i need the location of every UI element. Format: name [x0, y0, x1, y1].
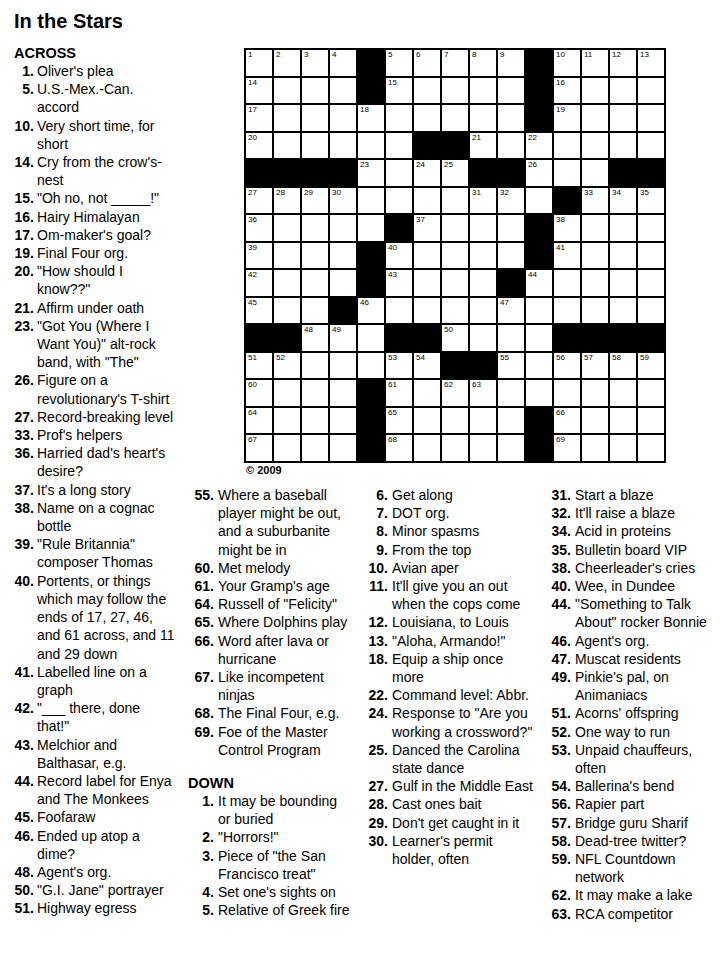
grid-cell-r13c14[interactable]	[609, 379, 637, 407]
grid-cell-r3c7[interactable]	[413, 104, 441, 132]
black-cell-r15c5	[357, 434, 385, 462]
clue-number: 62.	[545, 886, 571, 904]
across-clue-55: 55.Where a baseball player might be out,…	[188, 486, 350, 559]
grid-cell-r1c7[interactable]: 6	[413, 49, 441, 77]
grid-cell-r10c8[interactable]	[441, 297, 469, 325]
grid-cell-r5c5[interactable]: 23	[357, 159, 385, 187]
grid-cell-r14c7[interactable]	[413, 407, 441, 435]
black-cell-r5c2	[273, 159, 301, 187]
grid-cell-r5c7[interactable]: 24	[413, 159, 441, 187]
grid-cell-r8c4[interactable]	[329, 242, 357, 270]
grid-cell-r3c1[interactable]: 17	[245, 104, 273, 132]
grid-cell-r4c14[interactable]	[609, 132, 637, 160]
grid-cell-r2c1[interactable]: 14	[245, 77, 273, 105]
grid-cell-r8c6[interactable]: 40	[385, 242, 413, 270]
cell-number: 63	[472, 381, 481, 389]
down-clue-44: 44."Something to Talk About" rocker Bonn…	[545, 595, 726, 631]
grid-cell-r8c9[interactable]	[469, 242, 497, 270]
grid-cell-r9c3[interactable]	[301, 269, 329, 297]
grid-cell-r6c3[interactable]: 29	[301, 187, 329, 215]
grid-cell-r6c11[interactable]	[525, 187, 553, 215]
grid-cell-r9c9[interactable]	[469, 269, 497, 297]
cell-number: 48	[304, 326, 313, 334]
across-clue-33: 33.Prof's helpers	[14, 426, 175, 444]
grid-cell-r14c3[interactable]	[301, 407, 329, 435]
across-clues-column: ACROSS 1.Oliver's plea5.U.S.-Mex.-Can. a…	[14, 45, 175, 918]
cell-number: 52	[276, 354, 285, 362]
clue-text: It'll give you an out when the cops come	[392, 578, 520, 612]
down-clue-52: 52.One way to run	[545, 723, 726, 741]
grid-cell-r10c3[interactable]	[301, 297, 329, 325]
clue-text: Name on a cognac bottle	[37, 500, 155, 534]
grid-cell-r9c14[interactable]	[609, 269, 637, 297]
grid-cell-r14c1[interactable]: 64	[245, 407, 273, 435]
black-cell-r12c9	[469, 352, 497, 380]
cell-number: 69	[556, 436, 565, 444]
grid-cell-r1c4[interactable]: 4	[329, 49, 357, 77]
grid-cell-r8c15[interactable]	[637, 242, 665, 270]
grid-cell-r5c12[interactable]	[553, 159, 581, 187]
across-clue-66: 66.Word after lava or hurricane	[188, 632, 350, 668]
clue-number: 48.	[14, 863, 34, 881]
grid-cell-r2c7[interactable]	[413, 77, 441, 105]
grid-cell-r1c6[interactable]: 5	[385, 49, 413, 77]
grid-cell-r4c12[interactable]	[553, 132, 581, 160]
grid-cell-r13c3[interactable]	[301, 379, 329, 407]
grid-cell-r11c11[interactable]	[525, 324, 553, 352]
clue-number: 12.	[362, 613, 388, 631]
grid-cell-r14c9[interactable]	[469, 407, 497, 435]
grid-cell-r15c7[interactable]	[413, 434, 441, 462]
clue-number: 55.	[188, 486, 214, 504]
grid-cell-r4c1[interactable]: 20	[245, 132, 273, 160]
down-clue-list-continued: 6.Get along7.DOT org.8.Minor spasms9.Fro…	[362, 486, 534, 868]
grid-cell-r2c14[interactable]	[609, 77, 637, 105]
cell-number: 62	[444, 381, 453, 389]
down-clue-30: 30.Learner's permit holder, often	[362, 832, 534, 868]
grid-cell-r7c10[interactable]	[497, 214, 525, 242]
grid-cell-r8c12[interactable]: 41	[553, 242, 581, 270]
grid-cell-r10c10[interactable]: 47	[497, 297, 525, 325]
grid-cell-r10c9[interactable]	[469, 297, 497, 325]
grid-cell-r3c12[interactable]: 19	[553, 104, 581, 132]
black-cell-r15c11	[525, 434, 553, 462]
clue-text: Harried dad's heart's desire?	[37, 445, 165, 479]
cell-number: 44	[528, 271, 537, 279]
clue-number: 11.	[362, 577, 388, 595]
down-clues-column-3: 31.Start a blaze32.It'll raise a blaze34…	[545, 486, 726, 923]
grid-cell-r11c10[interactable]	[497, 324, 525, 352]
grid-cell-r3c5[interactable]: 18	[357, 104, 385, 132]
down-clue-4: 4.Set one's sights on	[188, 883, 350, 901]
grid-cell-r8c10[interactable]	[497, 242, 525, 270]
grid-cell-r1c15[interactable]: 13	[637, 49, 665, 77]
black-cell-r11c12	[553, 324, 581, 352]
grid-cell-r13c10[interactable]	[497, 379, 525, 407]
clue-number: 21.	[14, 299, 34, 317]
grid-cell-r5c8[interactable]: 25	[441, 159, 469, 187]
grid-cell-r2c10[interactable]	[497, 77, 525, 105]
grid-cell-r2c3[interactable]	[301, 77, 329, 105]
grid-cell-r13c7[interactable]	[413, 379, 441, 407]
clue-text: Equip a ship once more	[392, 651, 503, 685]
black-cell-r10c4	[329, 297, 357, 325]
grid-cell-r8c1[interactable]: 39	[245, 242, 273, 270]
clue-text: Pinkie's pal, on Animaniacs	[575, 669, 669, 703]
grid-cell-r15c9[interactable]	[469, 434, 497, 462]
grid-cell-r3c14[interactable]	[609, 104, 637, 132]
grid-cell-r11c3[interactable]: 48	[301, 324, 329, 352]
grid-cell-r7c5[interactable]	[357, 214, 385, 242]
grid-cell-r13c4[interactable]	[329, 379, 357, 407]
clue-text: "Aloha, Armando!"	[392, 633, 505, 649]
grid-cell-r6c7[interactable]	[413, 187, 441, 215]
clue-number: 54.	[545, 777, 571, 795]
cell-number: 60	[248, 381, 257, 389]
cell-number: 66	[556, 409, 565, 417]
grid-cell-r13c11[interactable]	[525, 379, 553, 407]
clue-text: Minor spasms	[392, 523, 479, 539]
grid-cell-r13c13[interactable]	[581, 379, 609, 407]
clue-text: "How should I know??"	[37, 263, 123, 297]
grid-cell-r2c2[interactable]	[273, 77, 301, 105]
clue-text: Bulletin board VIP	[575, 542, 687, 558]
black-cell-r11c13	[581, 324, 609, 352]
cell-number: 23	[360, 161, 369, 169]
grid-cell-r7c12[interactable]: 38	[553, 214, 581, 242]
clue-text: Very short time, for short	[37, 118, 154, 152]
grid-cell-r12c11[interactable]	[525, 352, 553, 380]
grid-cell-r13c1[interactable]: 60	[245, 379, 273, 407]
cell-number: 19	[556, 106, 565, 114]
grid-cell-r10c2[interactable]	[273, 297, 301, 325]
clue-number: 51.	[14, 899, 34, 917]
grid-cell-r14c4[interactable]	[329, 407, 357, 435]
clue-number: 5.	[188, 901, 214, 919]
cell-number: 26	[528, 161, 537, 169]
grid-cell-r12c5[interactable]	[357, 352, 385, 380]
across-clue-44: 44.Record label for Enya and The Monkees	[14, 772, 175, 808]
grid-cell-r14c13[interactable]	[581, 407, 609, 435]
clue-number: 7.	[362, 504, 388, 522]
cell-number: 36	[248, 216, 257, 224]
grid-cell-r10c5[interactable]: 46	[357, 297, 385, 325]
clue-number: 2.	[188, 828, 214, 846]
grid-cell-r8c2[interactable]	[273, 242, 301, 270]
grid-cell-r3c3[interactable]	[301, 104, 329, 132]
grid-cell-r3c15[interactable]	[637, 104, 665, 132]
grid-cell-r5c11[interactable]: 26	[525, 159, 553, 187]
grid-cell-r6c14[interactable]: 34	[609, 187, 637, 215]
clue-text: Like incompetent ninjas	[218, 669, 324, 703]
clue-text: It'll raise a blaze	[575, 505, 675, 521]
down-clue-47: 47.Muscat residents	[545, 650, 726, 668]
down-clue-28: 28.Cast ones bait	[362, 795, 534, 813]
black-cell-r9c5	[357, 269, 385, 297]
grid-cell-r10c15[interactable]	[637, 297, 665, 325]
grid-cell-r7c8[interactable]	[441, 214, 469, 242]
grid-cell-r10c11[interactable]	[525, 297, 553, 325]
grid-cell-r8c3[interactable]	[301, 242, 329, 270]
clue-text: Where Dolphins play	[218, 614, 347, 630]
clue-text: Om-maker's goal?	[37, 227, 151, 243]
across-clue-67: 67.Like incompetent ninjas	[188, 668, 350, 704]
grid-cell-r2c6[interactable]: 15	[385, 77, 413, 105]
grid-cell-r10c14[interactable]	[609, 297, 637, 325]
grid-cell-r7c7[interactable]: 37	[413, 214, 441, 242]
grid-cell-r15c8[interactable]	[441, 434, 469, 462]
down-clue-list: 1.It may be bounding or buried2."Horrors…	[188, 792, 350, 919]
cell-number: 8	[472, 51, 476, 59]
grid-cell-r6c2[interactable]: 28	[273, 187, 301, 215]
grid-cell-r10c1[interactable]: 45	[245, 297, 273, 325]
clue-text: Piece of "the San Francisco treat"	[218, 848, 326, 882]
clue-number: 42.	[14, 699, 34, 717]
grid-cell-r2c12[interactable]: 16	[553, 77, 581, 105]
clue-number: 31.	[545, 486, 571, 504]
grid-cell-r7c3[interactable]	[301, 214, 329, 242]
clue-number: 24.	[362, 704, 388, 722]
grid-cell-r6c13[interactable]: 33	[581, 187, 609, 215]
black-cell-r11c2	[273, 324, 301, 352]
cell-number: 25	[444, 161, 453, 169]
grid-cell-r1c14[interactable]: 12	[609, 49, 637, 77]
grid-cell-r6c8[interactable]	[441, 187, 469, 215]
grid-cell-r5c13[interactable]	[581, 159, 609, 187]
grid-cell-r4c15[interactable]	[637, 132, 665, 160]
down-clue-5: 5.Relative of Greek fire	[188, 901, 350, 919]
grid-cell-r7c9[interactable]	[469, 214, 497, 242]
grid-cell-r13c12[interactable]	[553, 379, 581, 407]
black-cell-r7c6	[385, 214, 413, 242]
grid-cell-r3c13[interactable]	[581, 104, 609, 132]
grid-cell-r4c3[interactable]	[301, 132, 329, 160]
grid-cell-r8c14[interactable]	[609, 242, 637, 270]
grid-cell-r6c1[interactable]: 27	[245, 187, 273, 215]
cell-number: 46	[360, 299, 369, 307]
clue-text: DOT org.	[392, 505, 449, 521]
clue-text: "G.I. Jane" portrayer	[37, 882, 164, 898]
middle-clues-column: 55.Where a baseball player might be out,…	[188, 486, 350, 919]
down-clue-11: 11.It'll give you an out when the cops c…	[362, 577, 534, 613]
grid-cell-r6c5[interactable]	[357, 187, 385, 215]
grid-cell-r11c5[interactable]	[357, 324, 385, 352]
grid-cell-r10c6[interactable]	[385, 297, 413, 325]
across-clue-19: 19.Final Four org.	[14, 244, 175, 262]
grid-cell-r3c8[interactable]	[441, 104, 469, 132]
cell-number: 59	[640, 354, 649, 362]
grid-cell-r6c9[interactable]: 31	[469, 187, 497, 215]
grid-cell-r1c12[interactable]: 10	[553, 49, 581, 77]
grid-cell-r1c1[interactable]: 1	[245, 49, 273, 77]
grid-cell-r9c4[interactable]	[329, 269, 357, 297]
grid-cell-r6c6[interactable]	[385, 187, 413, 215]
clue-text: From the top	[392, 542, 471, 558]
grid-cell-r2c4[interactable]	[329, 77, 357, 105]
grid-cell-r7c4[interactable]	[329, 214, 357, 242]
clue-text: Final Four org.	[37, 245, 128, 261]
clue-number: 22.	[362, 686, 388, 704]
grid-cell-r3c6[interactable]	[385, 104, 413, 132]
grid-cell-r7c1[interactable]: 36	[245, 214, 273, 242]
grid-cell-r7c13[interactable]	[581, 214, 609, 242]
grid-cell-r9c13[interactable]	[581, 269, 609, 297]
clue-number: 38.	[545, 559, 571, 577]
grid-cell-r8c13[interactable]	[581, 242, 609, 270]
across-clue-15: 15."Oh no, not _____!"	[14, 189, 175, 207]
grid-cell-r10c13[interactable]	[581, 297, 609, 325]
clue-number: 38.	[14, 499, 34, 517]
grid-cell-r15c13[interactable]	[581, 434, 609, 462]
across-clue-37: 37.It's a long story	[14, 481, 175, 499]
grid-cell-r10c7[interactable]	[413, 297, 441, 325]
grid-cell-r15c6[interactable]: 68	[385, 434, 413, 462]
grid-cell-r2c13[interactable]	[581, 77, 609, 105]
grid-cell-r3c9[interactable]	[469, 104, 497, 132]
grid-cell-r14c15[interactable]	[637, 407, 665, 435]
grid-cell-r15c2[interactable]	[273, 434, 301, 462]
grid-cell-r14c2[interactable]	[273, 407, 301, 435]
grid-cell-r7c2[interactable]	[273, 214, 301, 242]
grid-cell-r12c15[interactable]: 59	[637, 352, 665, 380]
cell-number: 53	[388, 354, 397, 362]
down-clue-22: 22.Command level: Abbr.	[362, 686, 534, 704]
cell-number: 49	[332, 326, 341, 334]
grid-cell-r4c2[interactable]	[273, 132, 301, 160]
grid-cell-r1c9[interactable]: 8	[469, 49, 497, 77]
clue-text: Word after lava or hurricane	[218, 633, 329, 667]
grid-cell-r4c9[interactable]: 21	[469, 132, 497, 160]
grid-cell-r1c2[interactable]: 2	[273, 49, 301, 77]
grid-cell-r1c3[interactable]: 3	[301, 49, 329, 77]
crossword-grid: 1234567891011121314151617181920212223242…	[244, 48, 666, 463]
grid-cell-r7c15[interactable]	[637, 214, 665, 242]
clue-number: 66.	[188, 632, 214, 650]
down-clue-7: 7.DOT org.	[362, 504, 534, 522]
cell-number: 11	[584, 51, 592, 59]
grid-cell-r8c7[interactable]	[413, 242, 441, 270]
grid-cell-r4c5[interactable]	[357, 132, 385, 160]
grid-cell-r6c4[interactable]: 30	[329, 187, 357, 215]
grid-cell-r9c2[interactable]	[273, 269, 301, 297]
grid-cell-r15c4[interactable]	[329, 434, 357, 462]
grid-cell-r12c7[interactable]: 54	[413, 352, 441, 380]
cell-number: 28	[276, 189, 285, 197]
grid-cell-r5c6[interactable]	[385, 159, 413, 187]
cell-number: 57	[584, 354, 593, 362]
black-cell-r8c5	[357, 242, 385, 270]
grid-cell-r13c9[interactable]: 63	[469, 379, 497, 407]
grid-cell-r3c2[interactable]	[273, 104, 301, 132]
grid-cell-r11c9[interactable]	[469, 324, 497, 352]
grid-cell-r1c10[interactable]: 9	[497, 49, 525, 77]
grid-cell-r14c14[interactable]	[609, 407, 637, 435]
grid-cell-r12c6[interactable]: 53	[385, 352, 413, 380]
grid-cell-r4c11[interactable]: 22	[525, 132, 553, 160]
grid-cell-r11c8[interactable]: 50	[441, 324, 469, 352]
grid-cell-r4c13[interactable]	[581, 132, 609, 160]
grid-cell-r3c4[interactable]	[329, 104, 357, 132]
grid-cell-r1c13[interactable]: 11	[581, 49, 609, 77]
clue-text: Start a blaze	[575, 487, 654, 503]
grid-cell-r2c8[interactable]	[441, 77, 469, 105]
grid-cell-r1c8[interactable]: 7	[441, 49, 469, 77]
grid-cell-r12c3[interactable]	[301, 352, 329, 380]
grid-cell-r15c3[interactable]	[301, 434, 329, 462]
grid-cell-r8c8[interactable]	[441, 242, 469, 270]
grid-cell-r12c14[interactable]: 58	[609, 352, 637, 380]
grid-cell-r9c6[interactable]: 43	[385, 269, 413, 297]
grid-cell-r14c6[interactable]: 65	[385, 407, 413, 435]
clue-text: Where a baseball player might be out, an…	[218, 487, 341, 558]
grid-cell-r4c6[interactable]	[385, 132, 413, 160]
clue-number: 69.	[188, 723, 214, 741]
grid-cell-r13c6[interactable]: 61	[385, 379, 413, 407]
grid-cell-r13c2[interactable]	[273, 379, 301, 407]
grid-cell-r9c8[interactable]	[441, 269, 469, 297]
grid-cell-r4c10[interactable]	[497, 132, 525, 160]
clue-text: "Got You (Where I Want You)" alt-rock ba…	[37, 318, 156, 370]
grid-cell-r15c15[interactable]	[637, 434, 665, 462]
grid-cell-r9c12[interactable]	[553, 269, 581, 297]
grid-cell-r3c10[interactable]	[497, 104, 525, 132]
grid-cell-r15c10[interactable]	[497, 434, 525, 462]
grid-cell-r2c9[interactable]	[469, 77, 497, 105]
grid-cell-r9c1[interactable]: 42	[245, 269, 273, 297]
grid-cell-r13c8[interactable]: 62	[441, 379, 469, 407]
grid-cell-r9c7[interactable]	[413, 269, 441, 297]
grid-cell-r9c15[interactable]	[637, 269, 665, 297]
grid-cell-r14c8[interactable]	[441, 407, 469, 435]
grid-cell-r12c1[interactable]: 51	[245, 352, 273, 380]
grid-cell-r11c4[interactable]: 49	[329, 324, 357, 352]
grid-cell-r7c14[interactable]	[609, 214, 637, 242]
grid-cell-r15c14[interactable]	[609, 434, 637, 462]
clue-text: Acorns' offspring	[575, 705, 679, 721]
copyright-notice: © 2009	[246, 464, 282, 476]
grid-cell-r2c15[interactable]	[637, 77, 665, 105]
clue-number: 9.	[362, 541, 388, 559]
grid-cell-r9c11[interactable]: 44	[525, 269, 553, 297]
grid-cell-r12c10[interactable]: 55	[497, 352, 525, 380]
clue-text: Record label for Enya and The Monkees	[37, 773, 172, 807]
clue-number: 13.	[362, 632, 388, 650]
grid-cell-r10c12[interactable]	[553, 297, 581, 325]
cell-number: 27	[248, 189, 257, 197]
grid-cell-r6c10[interactable]: 32	[497, 187, 525, 215]
grid-cell-r6c15[interactable]: 35	[637, 187, 665, 215]
across-clue-list: 1.Oliver's plea5.U.S.-Mex.-Can. accord10…	[14, 62, 175, 918]
grid-cell-r12c4[interactable]	[329, 352, 357, 380]
grid-cell-r14c10[interactable]	[497, 407, 525, 435]
grid-cell-r12c12[interactable]: 56	[553, 352, 581, 380]
clue-number: 16.	[14, 208, 34, 226]
grid-cell-r12c2[interactable]: 52	[273, 352, 301, 380]
grid-cell-r15c12[interactable]: 69	[553, 434, 581, 462]
clue-text: Cheerleader's cries	[575, 560, 695, 576]
black-cell-r14c11	[525, 407, 553, 435]
grid-cell-r4c4[interactable]	[329, 132, 357, 160]
black-cell-r1c11	[525, 49, 553, 77]
grid-cell-r14c12[interactable]: 66	[553, 407, 581, 435]
across-clue-10: 10.Very short time, for short	[14, 117, 175, 153]
grid-cell-r15c1[interactable]: 67	[245, 434, 273, 462]
clue-number: 52.	[545, 723, 571, 741]
across-clue-61: 61.Your Gramp's age	[188, 577, 350, 595]
clue-text: The Final Four, e.g.	[218, 705, 339, 721]
grid-cell-r12c13[interactable]: 57	[581, 352, 609, 380]
grid-cell-r13c15[interactable]	[637, 379, 665, 407]
